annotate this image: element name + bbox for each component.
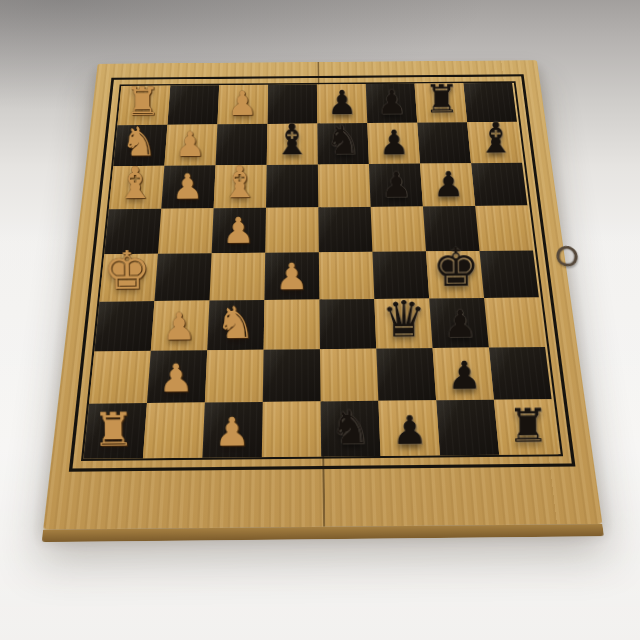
square-f1[interactable] <box>94 301 154 351</box>
board-perspective-wrap: ♜♟♟♟♜♞♟♝♞♟♝♝♟♝♟♟♟♚♟♚♟♞♛♟♟♟♜♟♞♟♜ <box>74 2 566 531</box>
square-a5[interactable]: ♟ <box>317 84 367 124</box>
square-h1[interactable]: ♜ <box>83 403 147 459</box>
white-pawn: ♟ <box>162 308 196 346</box>
square-b8[interactable]: ♝ <box>467 122 522 163</box>
black-pawn: ♟ <box>381 168 413 203</box>
square-g4[interactable] <box>263 349 321 402</box>
square-e5[interactable] <box>319 252 374 300</box>
square-b6[interactable]: ♟ <box>367 123 420 164</box>
square-g1[interactable] <box>89 351 151 404</box>
square-d3[interactable]: ♟ <box>212 208 266 253</box>
board-frame-outer: ♜♟♟♟♜♞♟♝♞♟♝♝♟♝♟♟♟♚♟♚♟♞♛♟♟♟♜♟♞♟♜ <box>69 74 576 471</box>
square-c3[interactable]: ♝ <box>214 165 267 208</box>
square-f4[interactable] <box>264 300 320 350</box>
black-bishop: ♝ <box>477 116 515 159</box>
square-b4[interactable]: ♝ <box>267 124 318 165</box>
white-pawn: ♟ <box>159 359 194 398</box>
white-bishop: ♝ <box>220 160 259 204</box>
square-c2[interactable]: ♟ <box>161 165 215 208</box>
square-h5[interactable]: ♞ <box>321 401 381 457</box>
black-bishop: ♝ <box>273 118 311 161</box>
square-h2[interactable] <box>143 403 205 459</box>
square-c1[interactable]: ♝ <box>109 166 165 209</box>
square-d1[interactable] <box>104 209 161 255</box>
square-e2[interactable] <box>154 253 211 301</box>
square-f7[interactable]: ♟ <box>429 298 489 348</box>
white-pawn: ♟ <box>172 169 204 204</box>
square-h8[interactable]: ♜ <box>494 399 559 455</box>
square-f6[interactable]: ♛ <box>374 299 432 349</box>
black-pawn: ♟ <box>392 411 428 451</box>
white-pawn: ♟ <box>227 87 257 120</box>
black-pawn: ♟ <box>433 167 464 202</box>
square-c4[interactable] <box>266 164 318 207</box>
white-knight: ♞ <box>121 122 157 162</box>
square-d6[interactable] <box>371 206 426 251</box>
square-d7[interactable] <box>423 206 480 251</box>
square-a6[interactable]: ♟ <box>366 84 417 124</box>
black-knight: ♞ <box>330 405 372 451</box>
square-h3[interactable]: ♟ <box>202 402 262 458</box>
square-g8[interactable] <box>489 347 552 400</box>
square-f8[interactable] <box>484 298 545 348</box>
chess-board: ♜♟♟♟♜♞♟♝♞♟♝♝♟♝♟♟♟♚♟♚♟♞♛♟♟♟♜♟♞♟♜ <box>83 83 560 459</box>
scene: ♜♟♟♟♜♞♟♝♞♟♝♝♟♝♟♟♟♚♟♚♟♞♛♟♟♟♜♟♞♟♜ <box>0 0 640 640</box>
square-h7[interactable] <box>436 400 499 456</box>
square-b2[interactable]: ♟ <box>164 124 217 165</box>
square-h6[interactable]: ♟ <box>378 400 440 456</box>
white-pawn: ♟ <box>222 213 254 249</box>
square-f5[interactable] <box>319 299 376 349</box>
square-a4[interactable] <box>267 84 317 124</box>
square-c7[interactable]: ♟ <box>420 163 475 206</box>
black-pawn: ♟ <box>377 86 407 119</box>
square-c6[interactable]: ♟ <box>369 164 423 207</box>
square-g2[interactable]: ♟ <box>147 350 207 403</box>
white-pawn: ♟ <box>275 259 308 296</box>
square-a7[interactable]: ♜ <box>415 83 468 122</box>
black-queen: ♛ <box>381 294 426 344</box>
black-rook: ♜ <box>507 403 549 449</box>
square-e6[interactable] <box>372 251 429 299</box>
square-f3[interactable]: ♞ <box>207 300 264 350</box>
square-d2[interactable] <box>158 208 214 254</box>
square-g5[interactable] <box>320 349 378 402</box>
square-c8[interactable] <box>471 163 527 206</box>
square-e8[interactable] <box>479 250 538 298</box>
square-b5[interactable]: ♞ <box>317 123 369 164</box>
square-e4[interactable]: ♟ <box>264 252 319 300</box>
square-a3[interactable]: ♟ <box>217 85 268 125</box>
white-knight: ♞ <box>216 301 256 345</box>
square-b1[interactable]: ♞ <box>113 125 167 166</box>
white-pawn: ♟ <box>175 128 206 162</box>
square-a1[interactable]: ♜ <box>117 86 170 126</box>
board-frame-inner: ♜♟♟♟♜♞♟♝♞♟♝♝♟♝♟♟♟♚♟♚♟♞♛♟♟♟♜♟♞♟♜ <box>81 81 563 461</box>
white-rook: ♜ <box>125 82 160 121</box>
black-pawn: ♟ <box>327 86 357 119</box>
square-h4[interactable] <box>262 401 321 457</box>
square-d4[interactable] <box>265 207 319 252</box>
black-pawn: ♟ <box>447 356 482 395</box>
white-pawn: ♟ <box>214 412 250 452</box>
square-d8[interactable] <box>475 206 533 251</box>
square-a8[interactable] <box>463 83 517 122</box>
black-pawn: ♟ <box>443 306 477 344</box>
white-bishop: ♝ <box>115 161 154 205</box>
square-e7[interactable]: ♚ <box>426 251 484 299</box>
square-a2[interactable] <box>167 85 219 125</box>
square-b3[interactable] <box>216 124 268 165</box>
square-g6[interactable] <box>376 348 436 401</box>
square-g3[interactable] <box>205 350 264 403</box>
black-rook: ♜ <box>424 80 459 119</box>
chess-board-box: ♜♟♟♟♜♞♟♝♞♟♝♝♟♝♟♟♟♚♟♚♟♞♛♟♟♟♜♟♞♟♜ <box>43 60 602 529</box>
square-b7[interactable] <box>417 122 471 163</box>
square-f2[interactable]: ♟ <box>151 301 210 351</box>
white-rook: ♜ <box>93 407 135 454</box>
square-g7[interactable]: ♟ <box>433 348 494 401</box>
black-knight: ♞ <box>325 121 361 161</box>
square-c5[interactable] <box>318 164 371 207</box>
square-e3[interactable] <box>209 253 265 301</box>
square-e1[interactable]: ♚ <box>99 254 158 302</box>
square-d5[interactable] <box>318 207 372 252</box>
black-pawn: ♟ <box>379 126 410 160</box>
